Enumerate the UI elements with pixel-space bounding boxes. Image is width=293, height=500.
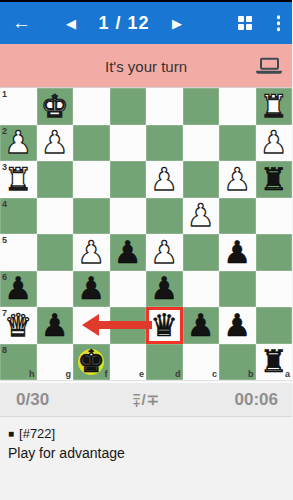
square-d2[interactable] — [146, 125, 183, 162]
square-c5[interactable] — [183, 234, 220, 271]
square-d4[interactable] — [146, 198, 183, 235]
square-d5[interactable]: ♟ — [146, 234, 183, 271]
square-a5[interactable] — [256, 234, 293, 271]
square-h3[interactable]: 3♜ — [0, 161, 37, 198]
square-a1[interactable]: ♜ — [256, 88, 293, 125]
square-c8[interactable]: c — [183, 344, 220, 381]
file-label: e — [139, 369, 144, 379]
square-d6[interactable]: ♟ — [146, 271, 183, 308]
puzzle-navigation: ◀ 1 / 12 ▶ — [66, 2, 182, 44]
piece-wP: ♟ — [260, 127, 288, 158]
piece-bP: ♟ — [223, 237, 251, 268]
square-b2[interactable] — [219, 125, 256, 162]
square-g5[interactable] — [37, 234, 74, 271]
file-label: b — [248, 369, 254, 379]
file-label: h — [29, 369, 35, 379]
next-puzzle-icon[interactable]: ▶ — [172, 17, 182, 30]
square-h1[interactable]: 1 — [0, 88, 37, 125]
square-f1[interactable] — [73, 88, 110, 125]
task-instruction: Play for advantage — [8, 445, 284, 461]
square-e1[interactable] — [110, 88, 147, 125]
square-b6[interactable] — [219, 271, 256, 308]
chess-board: 1♚♜2♟♟♟3♜♟♟♜4♟5♟♟♟♟6♟♟♟7♛♟♛♟♟8hgf♚edcba♜ — [0, 88, 292, 380]
square-h7[interactable]: 7♛ — [0, 307, 37, 344]
square-c4[interactable]: ♟ — [183, 198, 220, 235]
square-d7[interactable]: ♛ — [146, 307, 183, 344]
piece-wP: ♟ — [4, 127, 32, 158]
piece-bQ: ♛ — [150, 310, 178, 341]
square-f2[interactable] — [73, 125, 110, 162]
file-label: a — [285, 369, 290, 379]
square-d1[interactable] — [146, 88, 183, 125]
square-c3[interactable] — [183, 161, 220, 198]
piece-bP: ♟ — [223, 310, 251, 341]
square-b1[interactable] — [219, 88, 256, 125]
square-h6[interactable]: 6♟ — [0, 271, 37, 308]
rank-label: 8 — [2, 345, 7, 355]
square-e6[interactable] — [110, 271, 147, 308]
piece-bR: ♜ — [260, 164, 288, 195]
square-h8[interactable]: 8h — [0, 344, 37, 381]
square-f4[interactable] — [73, 198, 110, 235]
piece-wK: ♚ — [41, 91, 69, 122]
square-f6[interactable]: ♟ — [73, 271, 110, 308]
turn-banner: It's your turn — [0, 44, 292, 88]
piece-wP: ♟ — [41, 127, 69, 158]
black-to-move-icon: ■ — [8, 429, 14, 439]
piece-wP: ♟ — [77, 237, 105, 268]
eval-black-slightly-better-icon: =+ — [133, 393, 141, 407]
rank-label: 2 — [2, 126, 7, 136]
square-b3[interactable]: ♟ — [219, 161, 256, 198]
piece-wP: ♟ — [150, 164, 178, 195]
square-e3[interactable] — [110, 161, 147, 198]
rank-label: 5 — [2, 235, 7, 245]
piece-wP: ♟ — [223, 164, 251, 195]
square-d3[interactable]: ♟ — [146, 161, 183, 198]
square-b7[interactable]: ♟ — [219, 307, 256, 344]
square-g8[interactable]: g — [37, 344, 74, 381]
rank-label: 6 — [2, 272, 7, 282]
square-f8[interactable]: f♚ — [73, 344, 110, 381]
square-c1[interactable] — [183, 88, 220, 125]
puzzle-counter: 1 / 12 — [98, 13, 149, 34]
piece-wR: ♜ — [4, 164, 32, 195]
square-g6[interactable] — [37, 271, 74, 308]
piece-wR: ♜ — [260, 91, 288, 122]
computer-opponent-icon — [256, 57, 282, 74]
eval-black-better-icon: ∓ — [147, 391, 160, 409]
square-e2[interactable] — [110, 125, 147, 162]
piece-bP: ♟ — [77, 273, 105, 304]
square-c7[interactable]: ♟ — [183, 307, 220, 344]
file-label: d — [175, 369, 181, 379]
square-g7[interactable]: ♟ — [37, 307, 74, 344]
square-a8[interactable]: a♜ — [256, 344, 293, 381]
square-h5[interactable]: 5 — [0, 234, 37, 271]
piece-bP: ♟ — [150, 273, 178, 304]
rank-label: 3 — [2, 162, 7, 172]
square-a4[interactable] — [256, 198, 293, 235]
square-a3[interactable]: ♜ — [256, 161, 293, 198]
puzzle-id: [#722] — [19, 426, 55, 441]
back-icon[interactable]: ← — [12, 12, 31, 34]
piece-bP: ♟ — [4, 273, 32, 304]
task-panel: ■ [#722] Play for advantage — [0, 417, 292, 470]
piece-bR: ♜ — [260, 346, 288, 377]
piece-wP: ♟ — [150, 237, 178, 268]
square-e7[interactable] — [110, 307, 147, 344]
piece-bP: ♟ — [41, 310, 69, 341]
square-f3[interactable] — [73, 161, 110, 198]
piece-wQ: ♛ — [4, 310, 32, 341]
timer: 00:06 — [235, 390, 278, 410]
square-c2[interactable] — [183, 125, 220, 162]
square-h4[interactable]: 4 — [0, 198, 37, 235]
square-b5[interactable]: ♟ — [219, 234, 256, 271]
square-e8[interactable]: e — [110, 344, 147, 381]
overflow-menu-icon[interactable] — [277, 15, 281, 31]
piece-bP: ♟ — [187, 310, 215, 341]
rank-label: 4 — [2, 199, 7, 209]
square-d8[interactable]: d — [146, 344, 183, 381]
file-label: c — [212, 369, 217, 379]
prev-puzzle-icon[interactable]: ◀ — [66, 17, 76, 30]
file-label: f — [105, 369, 108, 379]
square-b8[interactable]: b — [219, 344, 256, 381]
rank-label: 7 — [2, 308, 7, 318]
piece-bP: ♟ — [114, 237, 142, 268]
square-f5[interactable]: ♟ — [73, 234, 110, 271]
piece-bK: ♚ — [77, 346, 105, 377]
square-h2[interactable]: 2♟ — [0, 125, 37, 162]
square-g4[interactable] — [37, 198, 74, 235]
puzzle-list-grid-icon[interactable] — [238, 16, 252, 30]
piece-wP: ♟ — [187, 200, 215, 231]
square-g2[interactable]: ♟ — [37, 125, 74, 162]
square-g3[interactable] — [37, 161, 74, 198]
square-c6[interactable] — [183, 271, 220, 308]
square-g1[interactable]: ♚ — [37, 88, 74, 125]
square-a2[interactable]: ♟ — [256, 125, 293, 162]
rank-label: 1 — [2, 89, 7, 99]
square-e5[interactable]: ♟ — [110, 234, 147, 271]
status-bar: 0/30 =+ / ∓ 00:06 — [0, 383, 292, 416]
square-a7[interactable] — [256, 307, 293, 344]
square-f7[interactable] — [73, 307, 110, 344]
square-b4[interactable] — [219, 198, 256, 235]
app-bar: ← ◀ 1 / 12 ▶ — [0, 2, 292, 44]
turn-banner-text: It's your turn — [0, 57, 292, 74]
square-a6[interactable] — [256, 271, 293, 308]
file-label: g — [66, 369, 72, 379]
square-e4[interactable] — [110, 198, 147, 235]
